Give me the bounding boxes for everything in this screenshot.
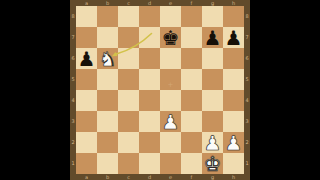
chess-board: aabbccddeeffgghh8877665544332211 ♚♟♟♟♞♟♟… <box>70 0 250 180</box>
rank-label-left-5: 5 <box>70 69 76 90</box>
video-frame: aabbccddeeffgghh8877665544332211 ♚♟♟♟♞♟♟… <box>0 0 320 180</box>
file-label-bottom-a: a <box>76 174 97 180</box>
square-e2[interactable] <box>160 132 181 153</box>
square-a7[interactable] <box>76 27 97 48</box>
square-a1[interactable] <box>76 153 97 174</box>
rank-label-left-8: 8 <box>70 6 76 27</box>
square-h8[interactable] <box>223 6 244 27</box>
rank-label-right-5: 5 <box>244 69 250 90</box>
rank-label-left-3: 3 <box>70 111 76 132</box>
file-label-top-a: a <box>76 0 97 6</box>
square-f8[interactable] <box>181 6 202 27</box>
square-g6[interactable] <box>202 48 223 69</box>
square-f4[interactable] <box>181 90 202 111</box>
white-knight-b6[interactable]: ♞ <box>97 48 118 69</box>
square-b7[interactable] <box>97 27 118 48</box>
square-c3[interactable] <box>118 111 139 132</box>
square-d8[interactable] <box>139 6 160 27</box>
square-a8[interactable] <box>76 6 97 27</box>
square-g5[interactable] <box>202 69 223 90</box>
white-pawn-g2[interactable]: ♟ <box>202 132 223 153</box>
square-g4[interactable] <box>202 90 223 111</box>
rank-label-right-3: 3 <box>244 111 250 132</box>
file-label-bottom-f: f <box>181 174 202 180</box>
square-b3[interactable] <box>97 111 118 132</box>
file-label-top-e: e <box>160 0 181 6</box>
square-a2[interactable] <box>76 132 97 153</box>
rank-label-right-8: 8 <box>244 6 250 27</box>
square-h3[interactable] <box>223 111 244 132</box>
square-a3[interactable] <box>76 111 97 132</box>
right-black-bar <box>250 0 320 180</box>
rank-label-right-2: 2 <box>244 132 250 153</box>
file-label-top-h: h <box>223 0 244 6</box>
square-c7[interactable] <box>118 27 139 48</box>
square-h5[interactable] <box>223 69 244 90</box>
square-b8[interactable] <box>97 6 118 27</box>
square-e8[interactable] <box>160 6 181 27</box>
file-label-bottom-b: b <box>97 174 118 180</box>
file-label-top-g: g <box>202 0 223 6</box>
square-f2[interactable] <box>181 132 202 153</box>
rank-label-left-2: 2 <box>70 132 76 153</box>
square-c4[interactable] <box>118 90 139 111</box>
black-pawn-h7[interactable]: ♟ <box>223 27 244 48</box>
file-label-bottom-h: h <box>223 174 244 180</box>
left-black-bar <box>0 0 70 180</box>
square-d5[interactable] <box>139 69 160 90</box>
square-g3[interactable] <box>202 111 223 132</box>
square-d1[interactable] <box>139 153 160 174</box>
square-d7[interactable] <box>139 27 160 48</box>
white-pawn-h2[interactable]: ♟ <box>223 132 244 153</box>
file-label-bottom-e: e <box>160 174 181 180</box>
square-b5[interactable] <box>97 69 118 90</box>
file-label-top-c: c <box>118 0 139 6</box>
square-b4[interactable] <box>97 90 118 111</box>
square-g8[interactable] <box>202 6 223 27</box>
square-h6[interactable] <box>223 48 244 69</box>
file-label-top-f: f <box>181 0 202 6</box>
square-e6[interactable] <box>160 48 181 69</box>
square-b1[interactable] <box>97 153 118 174</box>
square-c8[interactable] <box>118 6 139 27</box>
square-e5[interactable] <box>160 69 181 90</box>
square-f1[interactable] <box>181 153 202 174</box>
rank-label-left-4: 4 <box>70 90 76 111</box>
file-label-bottom-d: d <box>139 174 160 180</box>
rank-label-right-4: 4 <box>244 90 250 111</box>
rank-label-right-7: 7 <box>244 27 250 48</box>
white-king-g1[interactable]: ♚ <box>202 153 223 174</box>
square-c6[interactable] <box>118 48 139 69</box>
square-d6[interactable] <box>139 48 160 69</box>
square-f7[interactable] <box>181 27 202 48</box>
rank-label-right-1: 1 <box>244 153 250 174</box>
square-f5[interactable] <box>181 69 202 90</box>
file-label-bottom-c: c <box>118 174 139 180</box>
square-c5[interactable] <box>118 69 139 90</box>
square-c1[interactable] <box>118 153 139 174</box>
square-a5[interactable] <box>76 69 97 90</box>
square-e1[interactable] <box>160 153 181 174</box>
rank-label-left-7: 7 <box>70 27 76 48</box>
square-h4[interactable] <box>223 90 244 111</box>
square-f6[interactable] <box>181 48 202 69</box>
black-pawn-g7[interactable]: ♟ <box>202 27 223 48</box>
square-f3[interactable] <box>181 111 202 132</box>
rank-label-right-6: 6 <box>244 48 250 69</box>
black-pawn-a6[interactable]: ♟ <box>76 48 97 69</box>
square-d3[interactable] <box>139 111 160 132</box>
file-label-top-d: d <box>139 0 160 6</box>
square-e4[interactable] <box>160 90 181 111</box>
file-label-top-b: b <box>97 0 118 6</box>
square-b2[interactable] <box>97 132 118 153</box>
square-d4[interactable] <box>139 90 160 111</box>
square-d2[interactable] <box>139 132 160 153</box>
square-a4[interactable] <box>76 90 97 111</box>
square-c2[interactable] <box>118 132 139 153</box>
square-h1[interactable] <box>223 153 244 174</box>
white-pawn-e3[interactable]: ♟ <box>160 111 181 132</box>
black-king-e7[interactable]: ♚ <box>160 27 181 48</box>
rank-label-left-1: 1 <box>70 153 76 174</box>
